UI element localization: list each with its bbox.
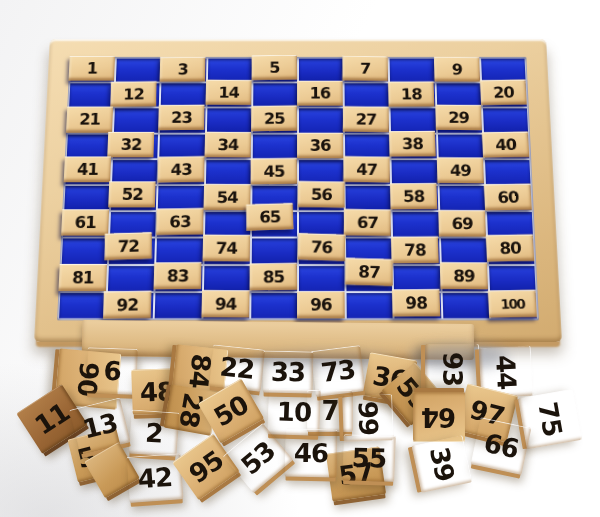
tile-number: 55 xyxy=(351,442,386,473)
board-slot-r4c7[interactable] xyxy=(345,134,390,158)
board-tile-7[interactable]: 7 xyxy=(342,56,388,82)
board-slot-r10c7[interactable] xyxy=(347,293,393,319)
board-slot-r6c9[interactable] xyxy=(439,186,485,210)
board-tile-36[interactable]: 36 xyxy=(297,132,343,158)
board-tile-40[interactable]: 40 xyxy=(482,131,530,158)
board-slot-r8c9[interactable] xyxy=(441,239,487,264)
board-slot-r7c10[interactable] xyxy=(487,212,533,237)
tile-number: 54 xyxy=(216,188,238,207)
tile-number: 66 xyxy=(481,428,521,464)
board-tile-58[interactable]: 58 xyxy=(390,183,438,210)
board-tile-94[interactable]: 94 xyxy=(201,290,250,318)
tile-number: 81 xyxy=(72,268,94,287)
tile-number: 27 xyxy=(356,110,377,128)
board-slot-r2c7[interactable] xyxy=(345,84,389,107)
board-inner-tray: 1357912141618202123252729323436384041434… xyxy=(57,57,539,321)
board-slot-r3c3[interactable]: 23 xyxy=(160,109,205,133)
board-slot-r1c8[interactable] xyxy=(390,59,434,82)
tile-number: 67 xyxy=(357,213,378,232)
board-slot-r10c1[interactable] xyxy=(59,293,106,319)
board-slot-r2c10[interactable]: 20 xyxy=(482,84,527,107)
board-tile-72[interactable]: 72 xyxy=(105,232,152,260)
tile-number: 10 xyxy=(276,396,311,427)
tile-number: 2 xyxy=(144,417,163,448)
board-wooden-frame: 1357912141618202123252729323436384041434… xyxy=(34,39,562,342)
tile-number: 100 xyxy=(500,296,524,312)
board-slot-r3c1[interactable]: 21 xyxy=(68,109,113,133)
board-slot-r8c4[interactable]: 74 xyxy=(204,239,250,264)
tile-number: 23 xyxy=(171,109,192,127)
board-slot-r8c6[interactable]: 76 xyxy=(299,239,344,264)
board-slot-r6c7[interactable] xyxy=(346,186,391,210)
tile-number: 95 xyxy=(183,445,228,489)
board-slot-r9c7[interactable]: 87 xyxy=(346,266,392,291)
board-slot-r4c1[interactable] xyxy=(67,134,112,158)
board-slot-r7c7[interactable]: 67 xyxy=(346,212,391,237)
board-tile-87[interactable]: 87 xyxy=(345,257,393,286)
board-slot-r7c4[interactable] xyxy=(205,212,250,237)
loose-tile-39[interactable]: 39 xyxy=(412,435,473,493)
board-tile-18[interactable]: 18 xyxy=(388,82,435,108)
board-slot-r4c3[interactable] xyxy=(160,134,205,158)
board-slot-r10c2[interactable]: 92 xyxy=(107,293,154,319)
board-tile-63[interactable]: 63 xyxy=(157,208,204,235)
tile-number: 5 xyxy=(269,59,280,77)
tile-number: 61 xyxy=(74,213,96,232)
board-tile-21[interactable]: 21 xyxy=(66,107,113,132)
tile-number: 49 xyxy=(449,161,470,180)
tile-number: 87 xyxy=(358,262,380,282)
loose-tile-66[interactable]: 66 xyxy=(471,417,532,475)
tile-number: 16 xyxy=(310,84,331,102)
board-slot-r6c10[interactable]: 60 xyxy=(486,186,532,210)
tile-number: 9 xyxy=(451,60,462,78)
board-slot-r10c6[interactable]: 96 xyxy=(299,293,345,319)
tile-number: 34 xyxy=(217,135,238,153)
tile-number: 18 xyxy=(401,85,422,103)
board-tile-80[interactable]: 80 xyxy=(485,235,534,263)
board-tile-43[interactable]: 43 xyxy=(158,156,205,183)
tile-number: 32 xyxy=(120,135,141,153)
board-slot-r6c3[interactable] xyxy=(158,186,203,210)
tile-number: 99 xyxy=(352,400,383,435)
loose-tile-64[interactable]: 64 xyxy=(413,392,465,442)
board-tile-54[interactable]: 54 xyxy=(203,184,250,211)
board-slot-r3c9[interactable]: 29 xyxy=(437,109,482,133)
board-slot-r4c4[interactable]: 34 xyxy=(206,134,251,158)
board-slot-r9c1[interactable]: 81 xyxy=(60,266,107,291)
board-grid: 1357912141618202123252729323436384041434… xyxy=(59,59,537,319)
board-slot-r7c5[interactable]: 65 xyxy=(252,212,297,237)
board-slot-r3c5[interactable]: 25 xyxy=(253,109,297,133)
tile-number: 7 xyxy=(321,396,338,426)
tile-number: 80 xyxy=(499,239,521,258)
board-slot-r9c8[interactable] xyxy=(394,266,440,291)
board-slot-r8c1[interactable] xyxy=(62,239,108,264)
tile-number: 46 xyxy=(294,438,329,469)
board-slot-r10c8[interactable]: 98 xyxy=(394,293,440,319)
board-tile-61[interactable]: 61 xyxy=(61,209,109,236)
board-slot-r9c9[interactable]: 89 xyxy=(441,266,487,291)
board-slot-r7c9[interactable]: 69 xyxy=(440,212,486,237)
board-tile-3[interactable]: 3 xyxy=(160,57,206,82)
board-slot-r3c8[interactable] xyxy=(391,109,436,133)
board-tile-52[interactable]: 52 xyxy=(108,181,156,207)
tile-number: 72 xyxy=(118,237,139,257)
tile-number: 40 xyxy=(494,135,516,154)
tile-number: 94 xyxy=(214,294,236,314)
board-slot-r3c2[interactable] xyxy=(114,109,159,133)
board-tile-81[interactable]: 81 xyxy=(58,264,107,291)
board-tile-78[interactable]: 78 xyxy=(391,237,439,264)
board-slot-r3c10[interactable] xyxy=(483,109,528,133)
tile-number: 13 xyxy=(80,407,120,444)
tile-number: 29 xyxy=(448,109,469,127)
loose-tile-55[interactable]: 55 xyxy=(342,434,396,482)
board-tile-69[interactable]: 69 xyxy=(438,210,486,237)
board-slot-r7c3[interactable]: 63 xyxy=(157,212,203,237)
board-tile-32[interactable]: 32 xyxy=(107,131,154,157)
tile-number: 58 xyxy=(403,187,425,206)
board-tile-98[interactable]: 98 xyxy=(392,289,441,317)
tile-number: 11 xyxy=(29,397,74,441)
board-slot-r2c6[interactable]: 16 xyxy=(299,84,343,107)
board-slot-r1c3[interactable]: 3 xyxy=(162,59,206,82)
tile-number: 20 xyxy=(492,83,514,101)
tile-number: 98 xyxy=(406,293,428,313)
board-tile-100[interactable]: 100 xyxy=(488,290,538,318)
board-tile-5[interactable]: 5 xyxy=(251,55,297,81)
board-slot-r10c10[interactable]: 100 xyxy=(490,293,537,319)
board-slot-r10c4[interactable]: 94 xyxy=(203,293,249,319)
tile-number: 33 xyxy=(271,357,306,388)
board-slot-r9c5[interactable]: 85 xyxy=(251,266,297,291)
board-tile-49[interactable]: 49 xyxy=(436,157,483,183)
tile-number: 76 xyxy=(311,238,333,258)
board-tile-92[interactable]: 92 xyxy=(103,291,151,319)
board-tile-83[interactable]: 83 xyxy=(154,262,202,290)
board-slot-r4c2[interactable]: 32 xyxy=(113,134,158,158)
board-tile-85[interactable]: 85 xyxy=(249,262,297,290)
board-slot-r1c2[interactable] xyxy=(116,59,160,82)
board-slot-r5c5[interactable]: 45 xyxy=(252,160,297,184)
board-slot-r9c6[interactable] xyxy=(299,266,345,291)
board-slot-r7c1[interactable]: 61 xyxy=(63,212,109,237)
board-tile-34[interactable]: 34 xyxy=(204,131,251,157)
loose-tile-33[interactable]: 33 xyxy=(263,351,314,394)
board-tile-9[interactable]: 9 xyxy=(434,57,480,82)
loose-tile-2[interactable]: 2 xyxy=(129,409,180,456)
tile-number: 85 xyxy=(262,267,284,287)
tile-number: 47 xyxy=(356,160,377,179)
board-slot-r4c5[interactable] xyxy=(253,134,298,158)
board-slot-r4c9[interactable] xyxy=(438,134,483,158)
tile-number: 43 xyxy=(171,160,192,179)
tile-number: 50 xyxy=(209,389,254,432)
board-tile-96[interactable]: 96 xyxy=(297,291,345,318)
board-tile-67[interactable]: 67 xyxy=(344,209,391,237)
number-board: 1357912141618202123252729323436384041434… xyxy=(34,39,562,342)
board-tile-65[interactable]: 65 xyxy=(246,203,294,231)
board-slot-r6c1[interactable] xyxy=(64,186,110,210)
tile-number: 63 xyxy=(170,212,191,231)
tile-number: 1 xyxy=(86,60,97,78)
tile-number: 64 xyxy=(422,402,456,432)
board-slot-r5c1[interactable]: 41 xyxy=(66,160,112,184)
tile-number: 89 xyxy=(453,266,475,285)
tile-number: 36 xyxy=(310,136,331,154)
board-slot-r5c7[interactable]: 47 xyxy=(345,160,390,184)
tile-number: 75 xyxy=(532,400,567,439)
tile-number: 39 xyxy=(424,444,460,484)
board-slot-r2c3[interactable] xyxy=(161,84,206,107)
tile-number: 78 xyxy=(404,241,426,260)
board-slot-r9c3[interactable]: 83 xyxy=(156,266,202,291)
board-slot-r6c2[interactable]: 52 xyxy=(111,186,157,210)
board-slot-r3c7[interactable]: 27 xyxy=(345,109,390,133)
board-slot-r5c10[interactable] xyxy=(485,160,531,184)
board-tile-56[interactable]: 56 xyxy=(298,181,345,208)
board-tile-41[interactable]: 41 xyxy=(64,156,112,182)
board-slot-r2c9[interactable] xyxy=(436,84,481,107)
board-slot-r2c1[interactable] xyxy=(69,84,114,107)
tile-number: 65 xyxy=(259,207,281,226)
tile-number: 73 xyxy=(319,354,357,388)
board-slot-r8c5[interactable] xyxy=(252,239,297,264)
board-slot-r8c2[interactable]: 72 xyxy=(109,239,155,264)
board-tile-29[interactable]: 29 xyxy=(435,105,482,131)
tile-number: 45 xyxy=(263,162,284,181)
board-slot-r4c6[interactable]: 36 xyxy=(299,134,344,158)
board-slot-r4c10[interactable]: 40 xyxy=(484,134,529,158)
board-slot-r10c9[interactable] xyxy=(442,293,489,319)
tile-number: 93 xyxy=(437,352,467,386)
board-slot-r1c1[interactable]: 1 xyxy=(70,59,115,82)
tile-number: 44 xyxy=(490,354,522,390)
tile-number: 53 xyxy=(235,436,280,481)
loose-tile-6[interactable]: 6 xyxy=(86,347,138,395)
board-slot-r8c8[interactable]: 78 xyxy=(393,239,439,264)
board-slot-r6c4[interactable]: 54 xyxy=(205,186,250,210)
board-slot-r5c9[interactable]: 49 xyxy=(438,160,483,184)
tile-number: 25 xyxy=(264,110,285,128)
product-photo-montessori-hundred-board: { "game": "montessori-hundred-number-boa… xyxy=(0,0,600,517)
board-slot-r1c7[interactable]: 7 xyxy=(344,59,388,82)
board-tile-16[interactable]: 16 xyxy=(297,81,343,106)
board-slot-r9c2[interactable] xyxy=(108,266,154,291)
board-slot-r2c5[interactable] xyxy=(253,84,297,107)
tile-number: 92 xyxy=(117,295,139,315)
board-slot-r8c3[interactable] xyxy=(157,239,203,264)
board-slot-r6c6[interactable]: 56 xyxy=(299,186,344,210)
board-slot-r10c5[interactable] xyxy=(251,293,297,319)
board-slot-r2c8[interactable]: 18 xyxy=(390,84,435,107)
board-slot-r1c9[interactable]: 9 xyxy=(435,59,479,82)
tile-number: 6 xyxy=(103,356,121,387)
board-slot-r5c4[interactable] xyxy=(206,160,251,184)
board-slot-r7c8[interactable] xyxy=(393,212,439,237)
loose-tile-46[interactable]: 46 xyxy=(285,429,338,478)
board-tile-23[interactable]: 23 xyxy=(159,105,205,131)
board-slot-r9c4[interactable] xyxy=(204,266,250,291)
board-slot-r3c4[interactable] xyxy=(207,109,252,133)
tile-number: 42 xyxy=(137,462,173,494)
board-tile-76[interactable]: 76 xyxy=(298,233,346,261)
board-tile-45[interactable]: 45 xyxy=(250,158,297,185)
tile-number: 3 xyxy=(178,60,188,78)
tile-number: 83 xyxy=(167,266,189,285)
board-slot-r1c5[interactable]: 5 xyxy=(253,59,297,82)
board-tile-89[interactable]: 89 xyxy=(439,262,487,290)
tile-number: 38 xyxy=(402,134,423,152)
tile-number: 69 xyxy=(451,214,473,233)
board-tile-12[interactable]: 12 xyxy=(111,81,157,107)
tile-number: 14 xyxy=(218,84,239,102)
board-tile-38[interactable]: 38 xyxy=(389,130,436,156)
board-slot-r9c10[interactable] xyxy=(489,266,536,291)
board-tile-47[interactable]: 47 xyxy=(343,156,390,183)
tile-number: 60 xyxy=(497,188,519,207)
tile-number: 41 xyxy=(77,160,99,178)
board-tile-60[interactable]: 60 xyxy=(484,184,532,211)
board-slot-r2c2[interactable]: 12 xyxy=(115,84,160,107)
tile-number: 56 xyxy=(311,185,332,204)
board-slot-r8c10[interactable]: 80 xyxy=(488,239,534,264)
board-tile-14[interactable]: 14 xyxy=(205,80,251,106)
board-tile-25[interactable]: 25 xyxy=(251,106,298,132)
board-slot-r6c8[interactable]: 58 xyxy=(392,186,437,210)
board-tile-74[interactable]: 74 xyxy=(202,235,250,262)
board-slot-r2c4[interactable]: 14 xyxy=(207,84,251,107)
board-slot-r3c6[interactable] xyxy=(299,109,343,133)
board-slot-r5c8[interactable] xyxy=(392,160,437,184)
board-slot-r10c3[interactable] xyxy=(155,293,201,319)
board-tile-27[interactable]: 27 xyxy=(343,106,389,132)
board-slot-r1c10[interactable] xyxy=(481,59,526,82)
board-slot-r1c6[interactable] xyxy=(299,59,343,82)
board-tile-1[interactable]: 1 xyxy=(69,56,116,81)
tile-number: 12 xyxy=(123,85,144,103)
tile-number: 96 xyxy=(310,295,332,314)
tile-number: 7 xyxy=(360,59,370,77)
tile-number: 74 xyxy=(215,239,237,258)
board-slot-r4c8[interactable]: 38 xyxy=(391,134,436,158)
tile-number: 52 xyxy=(121,185,143,204)
board-slot-r5c3[interactable]: 43 xyxy=(159,160,204,184)
board-tile-20[interactable]: 20 xyxy=(480,80,527,106)
board-slot-r1c4[interactable] xyxy=(208,59,252,82)
tile-number: 21 xyxy=(79,111,100,129)
